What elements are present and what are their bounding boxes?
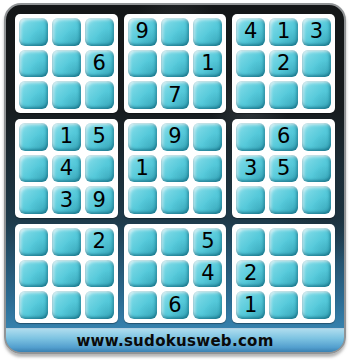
cell-r2-c4[interactable] <box>128 50 157 78</box>
cell-r5-c7[interactable]: 3 <box>236 155 265 183</box>
cell-r1-c2[interactable] <box>52 18 81 46</box>
cell-r4-c4[interactable] <box>128 123 157 151</box>
block-6: 635 <box>232 119 335 218</box>
sudoku-board: 691741321543991635254621 <box>15 14 335 323</box>
cell-r2-c9[interactable] <box>302 50 331 78</box>
cell-r5-c8[interactable]: 5 <box>269 155 298 183</box>
cell-r7-c4[interactable] <box>128 228 157 256</box>
cell-r9-c6[interactable] <box>193 291 222 319</box>
cell-r2-c2[interactable] <box>52 50 81 78</box>
site-url: www.sudokusweb.com <box>76 332 273 350</box>
cell-r8-c7[interactable]: 2 <box>236 260 265 288</box>
cell-r6-c2[interactable]: 3 <box>52 186 81 214</box>
cell-r2-c1[interactable] <box>19 50 48 78</box>
cell-r1-c6[interactable] <box>193 18 222 46</box>
cell-r9-c5[interactable]: 6 <box>161 291 190 319</box>
cell-r1-c8[interactable]: 1 <box>269 18 298 46</box>
cell-r1-c4[interactable]: 9 <box>128 18 157 46</box>
footer-banner: www.sudokusweb.com <box>6 328 344 352</box>
cell-r9-c1[interactable] <box>19 291 48 319</box>
cell-r8-c8[interactable] <box>269 260 298 288</box>
cell-r9-c8[interactable] <box>269 291 298 319</box>
cell-r1-c1[interactable] <box>19 18 48 46</box>
cell-r1-c3[interactable] <box>85 18 114 46</box>
cell-r3-c6[interactable] <box>193 81 222 109</box>
cell-r4-c1[interactable] <box>19 123 48 151</box>
cell-r3-c5[interactable]: 7 <box>161 81 190 109</box>
cell-r1-c7[interactable]: 4 <box>236 18 265 46</box>
block-1: 6 <box>15 14 118 113</box>
cell-r9-c3[interactable] <box>85 291 114 319</box>
cell-r2-c7[interactable] <box>236 50 265 78</box>
cell-r3-c9[interactable] <box>302 81 331 109</box>
cell-r7-c7[interactable] <box>236 228 265 256</box>
cell-r6-c4[interactable] <box>128 186 157 214</box>
cell-r4-c2[interactable]: 1 <box>52 123 81 151</box>
cell-r3-c4[interactable] <box>128 81 157 109</box>
board-frame: 691741321543991635254621 www.sudokusweb.… <box>4 3 346 354</box>
cell-r5-c9[interactable] <box>302 155 331 183</box>
cell-r5-c1[interactable] <box>19 155 48 183</box>
block-4: 15439 <box>15 119 118 218</box>
cell-r5-c3[interactable] <box>85 155 114 183</box>
cell-r6-c6[interactable] <box>193 186 222 214</box>
cell-r4-c5[interactable]: 9 <box>161 123 190 151</box>
cell-r7-c8[interactable] <box>269 228 298 256</box>
cell-r2-c8[interactable]: 2 <box>269 50 298 78</box>
cell-r2-c5[interactable] <box>161 50 190 78</box>
cell-r9-c9[interactable] <box>302 291 331 319</box>
cell-r5-c4[interactable]: 1 <box>128 155 157 183</box>
cell-r1-c9[interactable]: 3 <box>302 18 331 46</box>
cell-r4-c7[interactable] <box>236 123 265 151</box>
cell-r7-c2[interactable] <box>52 228 81 256</box>
cell-r6-c3[interactable]: 9 <box>85 186 114 214</box>
block-3: 4132 <box>232 14 335 113</box>
cell-r6-c5[interactable] <box>161 186 190 214</box>
block-2: 917 <box>124 14 227 113</box>
cell-r9-c2[interactable] <box>52 291 81 319</box>
cell-r7-c3[interactable]: 2 <box>85 228 114 256</box>
cell-r5-c5[interactable] <box>161 155 190 183</box>
cell-r7-c9[interactable] <box>302 228 331 256</box>
cell-r3-c3[interactable] <box>85 81 114 109</box>
cell-r6-c9[interactable] <box>302 186 331 214</box>
cell-r7-c6[interactable]: 5 <box>193 228 222 256</box>
cell-r8-c2[interactable] <box>52 260 81 288</box>
cell-r2-c6[interactable]: 1 <box>193 50 222 78</box>
cell-r7-c5[interactable] <box>161 228 190 256</box>
cell-r3-c7[interactable] <box>236 81 265 109</box>
cell-r7-c1[interactable] <box>19 228 48 256</box>
cell-r3-c2[interactable] <box>52 81 81 109</box>
cell-r6-c7[interactable] <box>236 186 265 214</box>
cell-r8-c5[interactable] <box>161 260 190 288</box>
cell-r4-c9[interactable] <box>302 123 331 151</box>
cell-r3-c8[interactable] <box>269 81 298 109</box>
cell-r6-c8[interactable] <box>269 186 298 214</box>
cell-r9-c7[interactable]: 1 <box>236 291 265 319</box>
cell-r8-c1[interactable] <box>19 260 48 288</box>
cell-r4-c6[interactable] <box>193 123 222 151</box>
cell-r1-c5[interactable] <box>161 18 190 46</box>
block-8: 546 <box>124 224 227 323</box>
block-7: 2 <box>15 224 118 323</box>
cell-r5-c6[interactable] <box>193 155 222 183</box>
cell-r8-c3[interactable] <box>85 260 114 288</box>
sudoku-page: 691741321543991635254621 www.sudokusweb.… <box>0 0 350 360</box>
cell-r6-c1[interactable] <box>19 186 48 214</box>
cell-r2-c3[interactable]: 6 <box>85 50 114 78</box>
cell-r3-c1[interactable] <box>19 81 48 109</box>
cell-r5-c2[interactable]: 4 <box>52 155 81 183</box>
cell-r8-c9[interactable] <box>302 260 331 288</box>
cell-r9-c4[interactable] <box>128 291 157 319</box>
block-5: 91 <box>124 119 227 218</box>
cell-r8-c6[interactable]: 4 <box>193 260 222 288</box>
block-9: 21 <box>232 224 335 323</box>
cell-r4-c8[interactable]: 6 <box>269 123 298 151</box>
cell-r8-c4[interactable] <box>128 260 157 288</box>
cell-r4-c3[interactable]: 5 <box>85 123 114 151</box>
